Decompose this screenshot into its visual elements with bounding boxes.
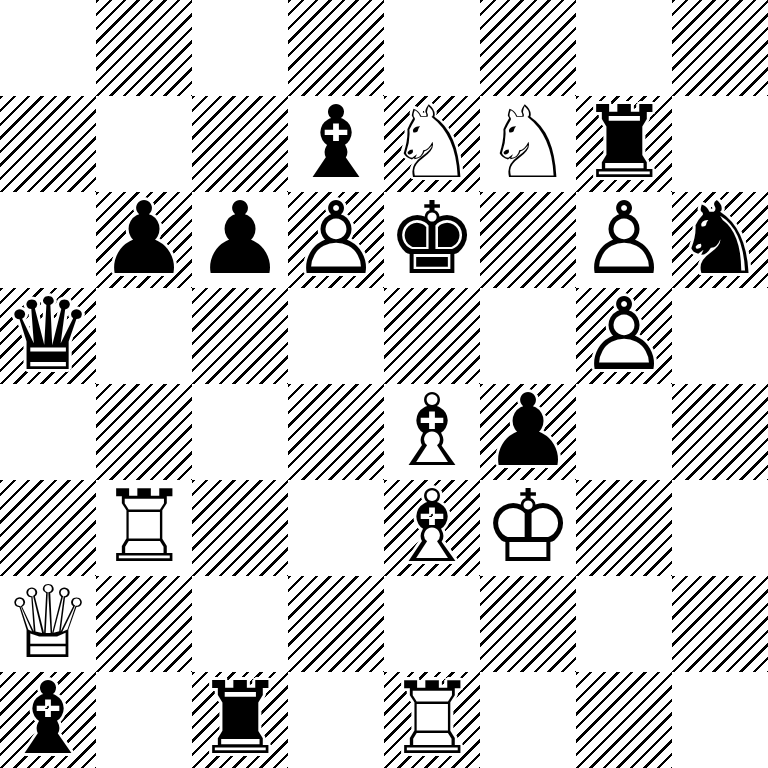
square-e2[interactable] (384, 576, 480, 672)
square-d4[interactable] (288, 384, 384, 480)
square-a4[interactable] (0, 384, 96, 480)
black-piece-glyph: ♟ (192, 192, 288, 288)
black-piece-glyph: ♜ (192, 672, 288, 768)
square-d5[interactable] (288, 288, 384, 384)
square-b4[interactable] (96, 384, 192, 480)
square-e1[interactable]: ♜♖ (384, 672, 480, 768)
black-rook-g7[interactable]: ♜ (576, 96, 672, 192)
white-piece-outline-layer: ♕ (0, 576, 96, 672)
square-a7[interactable] (0, 96, 96, 192)
square-f3[interactable]: ♚♔ (480, 480, 576, 576)
square-g4[interactable] (576, 384, 672, 480)
square-c4[interactable] (192, 384, 288, 480)
square-b8[interactable] (96, 0, 192, 96)
square-d6[interactable]: ♟♙ (288, 192, 384, 288)
white-piece-fill-layer: ♞ (384, 96, 480, 192)
black-piece-glyph: ♟ (480, 384, 576, 480)
black-piece-glyph: ♞ (672, 192, 768, 288)
black-piece-glyph: ♜ (576, 96, 672, 192)
black-queen-a5[interactable]: ♛ (0, 288, 96, 384)
square-d2[interactable] (288, 576, 384, 672)
square-c3[interactable] (192, 480, 288, 576)
white-piece-fill-layer: ♞ (480, 96, 576, 192)
black-piece-glyph: ♛ (0, 288, 96, 384)
black-piece-glyph: ♝ (288, 96, 384, 192)
square-h4[interactable] (672, 384, 768, 480)
square-c7[interactable] (192, 96, 288, 192)
white-piece-outline-layer: ♗ (384, 480, 480, 576)
square-d1[interactable] (288, 672, 384, 768)
square-a1[interactable]: ♝ (0, 672, 96, 768)
square-b6[interactable]: ♟ (96, 192, 192, 288)
black-piece-glyph: ♟ (96, 192, 192, 288)
square-a5[interactable]: ♛ (0, 288, 96, 384)
square-c8[interactable] (192, 0, 288, 96)
square-f6[interactable] (480, 192, 576, 288)
square-d7[interactable]: ♝ (288, 96, 384, 192)
black-bishop-d7[interactable]: ♝ (288, 96, 384, 192)
square-b2[interactable] (96, 576, 192, 672)
white-piece-fill-layer: ♟ (576, 192, 672, 288)
square-f5[interactable] (480, 288, 576, 384)
square-e7[interactable]: ♞♘ (384, 96, 480, 192)
white-piece-outline-layer: ♖ (384, 672, 480, 768)
square-f1[interactable] (480, 672, 576, 768)
square-b3[interactable]: ♜♖ (96, 480, 192, 576)
white-piece-outline-layer: ♔ (480, 480, 576, 576)
white-knight-f7[interactable]: ♞♘ (480, 96, 576, 192)
square-e8[interactable] (384, 0, 480, 96)
square-b1[interactable] (96, 672, 192, 768)
black-pawn-f4[interactable]: ♟ (480, 384, 576, 480)
black-pawn-b6[interactable]: ♟ (96, 192, 192, 288)
square-a3[interactable] (0, 480, 96, 576)
white-piece-outline-layer: ♙ (576, 288, 672, 384)
white-piece-outline-layer: ♘ (384, 96, 480, 192)
square-d8[interactable] (288, 0, 384, 96)
white-queen-a2[interactable]: ♛♕ (0, 576, 96, 672)
square-h6[interactable]: ♞ (672, 192, 768, 288)
square-e5[interactable] (384, 288, 480, 384)
square-a8[interactable] (0, 0, 96, 96)
square-f2[interactable] (480, 576, 576, 672)
black-piece-glyph: ♚ (384, 192, 480, 288)
white-piece-fill-layer: ♚ (480, 480, 576, 576)
white-king-f3[interactable]: ♚♔ (480, 480, 576, 576)
black-bishop-a1[interactable]: ♝ (0, 672, 96, 768)
square-g5[interactable]: ♟♙ (576, 288, 672, 384)
chess-board: ♝♞♘♞♘♜♟♟♟♙♚♟♙♞♛♟♙♝♗♟♜♖♝♗♚♔♛♕♝♜♜♖ (0, 0, 768, 768)
white-piece-outline-layer: ♙ (288, 192, 384, 288)
white-piece-fill-layer: ♜ (384, 672, 480, 768)
white-rook-b3[interactable]: ♜♖ (96, 480, 192, 576)
white-pawn-g5[interactable]: ♟♙ (576, 288, 672, 384)
square-h3[interactable] (672, 480, 768, 576)
square-g2[interactable] (576, 576, 672, 672)
square-h7[interactable] (672, 96, 768, 192)
black-piece-glyph: ♝ (0, 672, 96, 768)
square-e6[interactable]: ♚ (384, 192, 480, 288)
white-piece-outline-layer: ♖ (96, 480, 192, 576)
square-b7[interactable] (96, 96, 192, 192)
square-f8[interactable] (480, 0, 576, 96)
square-d3[interactable] (288, 480, 384, 576)
black-pawn-c6[interactable]: ♟ (192, 192, 288, 288)
square-h8[interactable] (672, 0, 768, 96)
white-piece-outline-layer: ♙ (576, 192, 672, 288)
white-bishop-e4[interactable]: ♝♗ (384, 384, 480, 480)
black-knight-h6[interactable]: ♞ (672, 192, 768, 288)
square-g1[interactable] (576, 672, 672, 768)
square-h1[interactable] (672, 672, 768, 768)
square-g8[interactable] (576, 0, 672, 96)
white-piece-outline-layer: ♗ (384, 384, 480, 480)
square-b5[interactable] (96, 288, 192, 384)
square-c1[interactable]: ♜ (192, 672, 288, 768)
white-pawn-d6[interactable]: ♟♙ (288, 192, 384, 288)
square-h5[interactable] (672, 288, 768, 384)
white-knight-e7[interactable]: ♞♘ (384, 96, 480, 192)
white-piece-fill-layer: ♟ (288, 192, 384, 288)
square-a6[interactable] (0, 192, 96, 288)
square-e4[interactable]: ♝♗ (384, 384, 480, 480)
square-f7[interactable]: ♞♘ (480, 96, 576, 192)
square-c5[interactable] (192, 288, 288, 384)
white-bishop-e3[interactable]: ♝♗ (384, 480, 480, 576)
white-piece-fill-layer: ♜ (96, 480, 192, 576)
square-e3[interactable]: ♝♗ (384, 480, 480, 576)
white-piece-fill-layer: ♛ (0, 576, 96, 672)
square-g3[interactable] (576, 480, 672, 576)
square-g6[interactable]: ♟♙ (576, 192, 672, 288)
square-h2[interactable] (672, 576, 768, 672)
white-pawn-g6[interactable]: ♟♙ (576, 192, 672, 288)
black-king-e6[interactable]: ♚ (384, 192, 480, 288)
white-piece-fill-layer: ♝ (384, 480, 480, 576)
square-a2[interactable]: ♛♕ (0, 576, 96, 672)
white-piece-outline-layer: ♘ (480, 96, 576, 192)
white-piece-fill-layer: ♝ (384, 384, 480, 480)
square-c2[interactable] (192, 576, 288, 672)
black-rook-c1[interactable]: ♜ (192, 672, 288, 768)
white-rook-e1[interactable]: ♜♖ (384, 672, 480, 768)
square-c6[interactable]: ♟ (192, 192, 288, 288)
square-f4[interactable]: ♟ (480, 384, 576, 480)
white-piece-fill-layer: ♟ (576, 288, 672, 384)
square-g7[interactable]: ♜ (576, 96, 672, 192)
